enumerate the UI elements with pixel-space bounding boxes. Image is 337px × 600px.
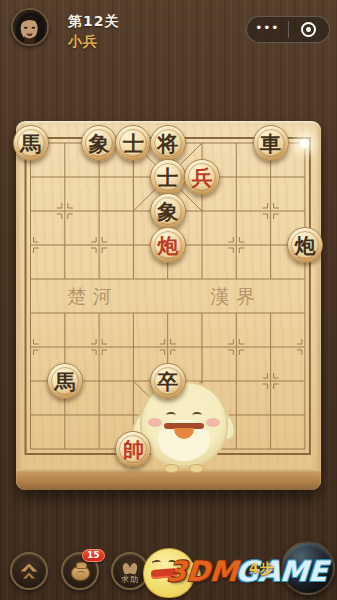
piece-black-cannon[interactable]: 炮 [287,227,323,263]
piece-black-elephant[interactable]: 象 [81,125,117,161]
mascot-cheek [148,418,162,427]
mascot-cheek [206,418,220,427]
money-bag-icon [71,566,90,581]
piece-black-general[interactable]: 将 [150,125,186,161]
piece-red-cannon[interactable]: 炮 [150,227,186,263]
piece-glyph: 車 [260,133,281,154]
piece-black-elephant[interactable]: 象 [150,193,186,229]
piece-glyph: 兵 [192,167,213,188]
more-button[interactable]: ••• [247,17,288,42]
bag-count-badge: 15 [82,549,105,562]
steps-remaining-label: 4步 [249,560,275,578]
help-label: 求助 [121,575,139,584]
piece-glyph: 炮 [294,235,315,256]
collapse-button[interactable] [10,552,48,590]
dark-sphere-button[interactable] [281,541,335,595]
piece-glyph: 馬 [20,133,41,154]
level-label: 第12关 [68,13,119,31]
piece-black-horse[interactable]: 馬 [47,363,83,399]
more-dots-icon: ••• [255,23,279,37]
piece-black-horse[interactable]: 馬 [13,125,49,161]
mascot-foot [189,464,204,473]
bottom-bar: 15 求助 4步 3DMGAME [0,538,337,600]
chevron-up-icon [21,564,38,572]
avatar-portrait [13,10,47,44]
wechat-capsule: ••• [246,16,330,43]
chevron-up-icon [23,573,35,579]
piece-glyph: 馬 [54,371,75,392]
piece-glyph: 象 [89,133,110,154]
piece-glyph: 炮 [157,235,178,256]
mascot-eye [192,412,202,418]
piece-black-advisor[interactable]: 士 [150,159,186,195]
exit-target-icon [301,22,316,37]
chick-mascot-bottom [140,544,198,600]
xiangqi-board[interactable]: 楚河漢界 馬象士将車士兵象炮炮馬卒帥 [16,121,321,490]
stage-name-label: 小兵 [68,33,98,51]
mascot-foot [164,464,179,473]
piece-glyph: 士 [123,133,144,154]
piece-glyph: 将 [157,133,178,154]
piece-glyph: 帥 [123,439,144,460]
last-move-marker [299,138,310,149]
piece-red-soldier[interactable]: 兵 [184,159,220,195]
top-bar: 第12关 小兵 ••• [0,0,337,60]
piece-glyph: 卒 [157,371,178,392]
exit-button[interactable] [289,17,330,42]
praying-hands-icon [122,563,138,574]
piece-glyph: 士 [157,167,178,188]
mascot-eye [166,412,176,418]
piece-black-soldier[interactable]: 卒 [150,363,186,399]
piece-glyph: 象 [157,201,178,222]
player-avatar[interactable] [11,8,49,46]
river-text-right: 漢界 [210,285,262,307]
river-text-left: 楚河 [67,285,119,307]
piece-black-chariot[interactable]: 車 [253,125,289,161]
